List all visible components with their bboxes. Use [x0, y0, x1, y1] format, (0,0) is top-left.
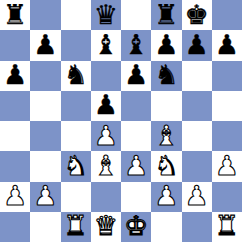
piece-white-rook[interactable]: ♜	[64, 212, 88, 239]
piece-black-pawn[interactable]: ♟	[124, 61, 148, 88]
piece-white-pawn[interactable]: ♟	[3, 182, 27, 209]
square-g6[interactable]	[182, 61, 212, 91]
square-f8[interactable]: ♜	[151, 0, 181, 30]
square-g5[interactable]	[182, 91, 212, 121]
square-c2[interactable]	[61, 182, 91, 212]
piece-white-bishop[interactable]: ♝	[154, 122, 178, 149]
piece-black-pawn[interactable]: ♟	[33, 31, 57, 58]
piece-black-pawn[interactable]: ♟	[154, 31, 178, 58]
piece-white-pawn[interactable]: ♟	[215, 152, 239, 179]
square-a7[interactable]	[0, 30, 30, 60]
piece-black-pawn[interactable]: ♟	[185, 31, 209, 58]
square-g3[interactable]	[182, 151, 212, 181]
piece-black-knight[interactable]: ♞	[154, 61, 178, 88]
piece-white-pawn[interactable]: ♟	[154, 182, 178, 209]
square-g8[interactable]: ♚	[182, 0, 212, 30]
square-b2[interactable]: ♟	[30, 182, 60, 212]
piece-black-knight[interactable]: ♞	[64, 61, 88, 88]
square-h6[interactable]	[212, 61, 242, 91]
piece-black-pawn[interactable]: ♟	[94, 91, 118, 118]
square-b4[interactable]	[30, 121, 60, 151]
square-e4[interactable]	[121, 121, 151, 151]
square-h3[interactable]: ♟	[212, 151, 242, 181]
square-g1[interactable]	[182, 212, 212, 242]
piece-black-rook[interactable]: ♜	[154, 1, 178, 28]
square-e7[interactable]: ♝	[121, 30, 151, 60]
square-d6[interactable]	[91, 61, 121, 91]
square-e3[interactable]: ♟	[121, 151, 151, 181]
square-f1[interactable]	[151, 212, 181, 242]
square-h2[interactable]	[212, 182, 242, 212]
piece-white-pawn[interactable]: ♟	[185, 182, 209, 209]
piece-white-pawn[interactable]: ♟	[33, 182, 57, 209]
square-c3[interactable]: ♞	[61, 151, 91, 181]
square-a4[interactable]	[0, 121, 30, 151]
square-g4[interactable]	[182, 121, 212, 151]
square-d4[interactable]: ♟	[91, 121, 121, 151]
square-f2[interactable]: ♟	[151, 182, 181, 212]
square-d1[interactable]: ♛	[91, 212, 121, 242]
piece-black-queen[interactable]: ♛	[94, 1, 118, 28]
piece-black-king[interactable]: ♚	[185, 1, 209, 28]
square-e1[interactable]: ♚	[121, 212, 151, 242]
square-c4[interactable]	[61, 121, 91, 151]
square-c1[interactable]: ♜	[61, 212, 91, 242]
square-d5[interactable]: ♟	[91, 91, 121, 121]
chess-board-wrap: ♜♛♜♚♟♝♝♟♟♟♟♞♟♞♟♟♝♞♝♟♞♟♟♟♟♟♜♛♚♜	[0, 0, 242, 242]
piece-white-pawn[interactable]: ♟	[94, 122, 118, 149]
square-f3[interactable]: ♞	[151, 151, 181, 181]
square-a3[interactable]	[0, 151, 30, 181]
square-e8[interactable]	[121, 0, 151, 30]
square-a2[interactable]: ♟	[0, 182, 30, 212]
square-d3[interactable]: ♝	[91, 151, 121, 181]
chess-board: ♜♛♜♚♟♝♝♟♟♟♟♞♟♞♟♟♝♞♝♟♞♟♟♟♟♟♜♛♚♜	[0, 0, 242, 242]
square-b7[interactable]: ♟	[30, 30, 60, 60]
piece-white-king[interactable]: ♚	[124, 212, 148, 239]
square-b6[interactable]	[30, 61, 60, 91]
square-b3[interactable]	[30, 151, 60, 181]
square-d8[interactable]: ♛	[91, 0, 121, 30]
square-c6[interactable]: ♞	[61, 61, 91, 91]
square-c7[interactable]	[61, 30, 91, 60]
square-e5[interactable]	[121, 91, 151, 121]
square-f7[interactable]: ♟	[151, 30, 181, 60]
square-c8[interactable]	[61, 0, 91, 30]
piece-white-queen[interactable]: ♛	[94, 212, 118, 239]
square-h7[interactable]: ♟	[212, 30, 242, 60]
square-b5[interactable]	[30, 91, 60, 121]
piece-black-pawn[interactable]: ♟	[3, 61, 27, 88]
piece-black-bishop[interactable]: ♝	[94, 31, 118, 58]
square-a5[interactable]	[0, 91, 30, 121]
square-d2[interactable]	[91, 182, 121, 212]
piece-white-knight[interactable]: ♞	[154, 152, 178, 179]
square-a8[interactable]: ♜	[0, 0, 30, 30]
square-a6[interactable]: ♟	[0, 61, 30, 91]
square-b1[interactable]	[30, 212, 60, 242]
square-g2[interactable]: ♟	[182, 182, 212, 212]
piece-white-pawn[interactable]: ♟	[124, 152, 148, 179]
square-e2[interactable]	[121, 182, 151, 212]
square-g7[interactable]: ♟	[182, 30, 212, 60]
square-e6[interactable]: ♟	[121, 61, 151, 91]
square-f4[interactable]: ♝	[151, 121, 181, 151]
piece-white-knight[interactable]: ♞	[64, 152, 88, 179]
piece-white-bishop[interactable]: ♝	[94, 152, 118, 179]
square-h8[interactable]	[212, 0, 242, 30]
square-f6[interactable]: ♞	[151, 61, 181, 91]
square-h1[interactable]: ♜	[212, 212, 242, 242]
piece-black-bishop[interactable]: ♝	[124, 31, 148, 58]
square-f5[interactable]	[151, 91, 181, 121]
square-c5[interactable]	[61, 91, 91, 121]
square-h4[interactable]	[212, 121, 242, 151]
piece-black-pawn[interactable]: ♟	[215, 31, 239, 58]
square-h5[interactable]	[212, 91, 242, 121]
piece-white-rook[interactable]: ♜	[215, 212, 239, 239]
square-b8[interactable]	[30, 0, 60, 30]
square-a1[interactable]	[0, 212, 30, 242]
piece-black-rook[interactable]: ♜	[3, 1, 27, 28]
square-d7[interactable]: ♝	[91, 30, 121, 60]
